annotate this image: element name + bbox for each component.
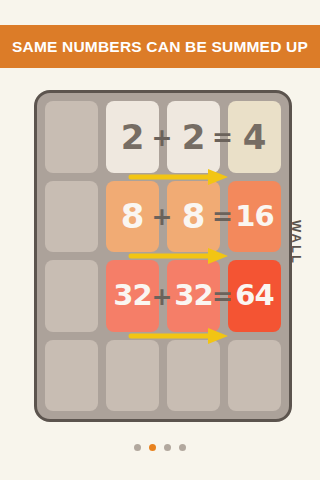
tile-4: 4	[228, 101, 281, 173]
game-board[interactable]: 2248816323264+=+=+=	[34, 90, 292, 422]
tile-value: 2	[121, 120, 145, 154]
empty-cell	[106, 340, 159, 412]
tile-value: 8	[121, 199, 145, 233]
tile-16: 16	[228, 181, 281, 253]
tile-value: 2	[182, 120, 206, 154]
tile-64: 64	[228, 260, 281, 332]
merge-arrow-right-icon	[128, 327, 230, 345]
tile-value: 16	[235, 202, 273, 231]
empty-cell	[45, 260, 98, 332]
tile-value: 4	[243, 120, 267, 154]
tile-value: 32	[113, 281, 151, 310]
empty-cell	[45, 181, 98, 253]
wall-label: WALL	[289, 220, 304, 265]
empty-cell	[45, 101, 98, 173]
banner-title: SAME NUMBERS CAN BE SUMMED UP	[12, 38, 308, 56]
page-indicator	[0, 444, 320, 451]
tile-value: 32	[174, 281, 212, 310]
equals-operator: =	[212, 204, 233, 229]
empty-cell	[228, 340, 281, 412]
page-dot-2[interactable]	[149, 444, 156, 451]
merge-arrow-right-icon	[128, 168, 230, 186]
page-dot-3[interactable]	[164, 444, 171, 451]
plus-operator: +	[152, 124, 173, 149]
plus-operator: +	[152, 283, 173, 308]
equals-operator: =	[212, 124, 233, 149]
tile-value: 64	[235, 281, 273, 310]
tile-value: 8	[182, 199, 206, 233]
empty-cell	[45, 340, 98, 412]
merge-arrow-right-icon	[128, 247, 230, 265]
page-dot-4[interactable]	[179, 444, 186, 451]
equals-operator: =	[212, 283, 233, 308]
tutorial-banner: SAME NUMBERS CAN BE SUMMED UP	[0, 25, 320, 68]
empty-cell	[167, 340, 220, 412]
page-dot-1[interactable]	[134, 444, 141, 451]
plus-operator: +	[152, 204, 173, 229]
